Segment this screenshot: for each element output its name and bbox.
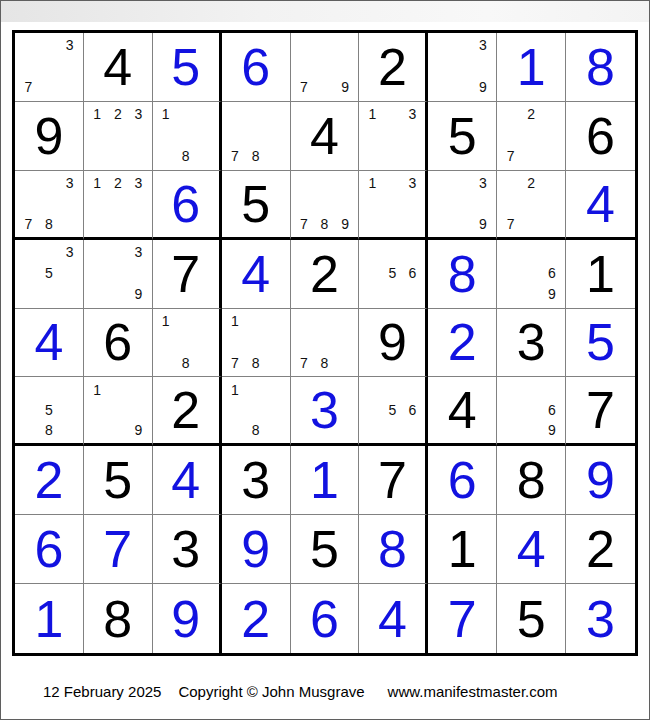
pencil-marks: 123 bbox=[84, 171, 152, 237]
cell-r9c2[interactable]: 8 bbox=[84, 584, 153, 653]
cell-r9c8[interactable]: 5 bbox=[497, 584, 566, 653]
pencil-mark: 8 bbox=[176, 146, 196, 167]
given-digit: 5 bbox=[310, 523, 339, 575]
cell-r4c4[interactable]: 4 bbox=[222, 240, 291, 309]
pencil-mark: 9 bbox=[128, 284, 149, 305]
solved-digit: 4 bbox=[241, 248, 270, 300]
cell-r1c3[interactable]: 5 bbox=[153, 33, 222, 102]
pencil-mark: 2 bbox=[521, 173, 542, 193]
pencil-mark: 1 bbox=[87, 379, 108, 399]
pencil-mark: 7 bbox=[294, 213, 315, 233]
cell-r7c9[interactable]: 9 bbox=[566, 446, 635, 515]
cell-r9c9[interactable]: 3 bbox=[566, 584, 635, 653]
solved-digit: 4 bbox=[171, 454, 200, 506]
pencil-mark: 7 bbox=[225, 146, 246, 167]
pencil-marks: 19 bbox=[84, 377, 152, 443]
pencil-mark: 8 bbox=[245, 420, 266, 440]
cell-r9c1[interactable]: 1 bbox=[15, 584, 84, 653]
pencil-marks: 178 bbox=[222, 309, 290, 377]
pencil-marks: 35 bbox=[15, 240, 83, 308]
cell-r6c7[interactable]: 4 bbox=[428, 377, 497, 446]
pencil-mark: 3 bbox=[128, 242, 149, 263]
cell-r5c2[interactable]: 6 bbox=[84, 309, 153, 378]
cell-r7c3[interactable]: 4 bbox=[153, 446, 222, 515]
cell-r3c3[interactable]: 6 bbox=[153, 171, 222, 240]
pencil-marks: 27 bbox=[497, 102, 565, 170]
pencil-mark: 7 bbox=[225, 352, 246, 373]
pencil-mark: 7 bbox=[18, 213, 39, 233]
cell-r5c9[interactable]: 5 bbox=[566, 309, 635, 378]
pencil-mark: 1 bbox=[362, 104, 382, 125]
given-digit: 4 bbox=[310, 110, 339, 162]
cell-r3c6[interactable]: 13 bbox=[359, 171, 428, 240]
cell-r7c2[interactable]: 5 bbox=[84, 446, 153, 515]
footer-date: 12 February 2025 bbox=[43, 683, 161, 700]
cell-r4c2[interactable]: 39 bbox=[84, 240, 153, 309]
pencil-mark: 6 bbox=[402, 263, 422, 284]
pencil-marks: 56 bbox=[359, 377, 425, 443]
cell-r1c8[interactable]: 1 bbox=[497, 33, 566, 102]
solved-digit: 2 bbox=[34, 454, 63, 506]
cell-r2c9[interactable]: 6 bbox=[566, 102, 635, 171]
given-digit: 9 bbox=[34, 110, 63, 162]
cell-r1c9[interactable]: 8 bbox=[566, 33, 635, 102]
given-digit: 2 bbox=[310, 248, 339, 300]
solved-digit: 4 bbox=[517, 523, 546, 575]
given-digit: 5 bbox=[517, 593, 546, 645]
pencil-mark: 1 bbox=[156, 311, 176, 332]
pencil-mark: 3 bbox=[59, 173, 80, 193]
pencil-mark: 2 bbox=[108, 173, 129, 193]
pencil-marks: 78 bbox=[291, 309, 359, 377]
cell-r8c6[interactable]: 8 bbox=[359, 515, 428, 584]
footer: 12 February 2025Copyright © John Musgrav… bbox=[43, 682, 558, 702]
pencil-mark: 3 bbox=[59, 35, 80, 56]
solved-digit: 4 bbox=[378, 593, 407, 645]
given-digit: 7 bbox=[586, 384, 615, 436]
cell-r1c7[interactable]: 39 bbox=[428, 33, 497, 102]
pencil-mark: 1 bbox=[225, 379, 246, 399]
pencil-mark: 9 bbox=[335, 213, 356, 233]
given-digit: 1 bbox=[586, 248, 615, 300]
solved-digit: 8 bbox=[586, 41, 615, 93]
pencil-marks: 39 bbox=[428, 33, 496, 101]
solved-digit: 1 bbox=[517, 41, 546, 93]
cell-r3c8[interactable]: 27 bbox=[497, 171, 566, 240]
pencil-mark: 1 bbox=[225, 311, 246, 332]
pencil-mark: 2 bbox=[521, 104, 542, 125]
solved-digit: 3 bbox=[310, 384, 339, 436]
solved-digit: 2 bbox=[241, 593, 270, 645]
given-digit: 1 bbox=[448, 523, 477, 575]
pencil-mark: 7 bbox=[500, 146, 521, 167]
pencil-mark: 8 bbox=[245, 146, 266, 167]
cell-r8c9[interactable]: 2 bbox=[566, 515, 635, 584]
given-digit: 8 bbox=[103, 593, 132, 645]
cell-r6c2[interactable]: 19 bbox=[84, 377, 153, 446]
cell-r8c3[interactable]: 3 bbox=[153, 515, 222, 584]
solved-digit: 1 bbox=[310, 454, 339, 506]
cell-r2c3[interactable]: 18 bbox=[153, 102, 222, 171]
pencil-mark: 9 bbox=[541, 284, 562, 305]
cell-r7c8[interactable]: 8 bbox=[497, 446, 566, 515]
pencil-mark: 3 bbox=[402, 104, 422, 125]
pencil-marks: 13 bbox=[359, 102, 425, 170]
solved-digit: 7 bbox=[448, 593, 477, 645]
cell-r3c9[interactable]: 4 bbox=[566, 171, 635, 240]
pencil-mark: 9 bbox=[335, 77, 356, 98]
cell-r2c7[interactable]: 5 bbox=[428, 102, 497, 171]
footer-copyright: Copyright © John Musgrave bbox=[178, 683, 364, 700]
solved-digit: 8 bbox=[448, 248, 477, 300]
header-bar bbox=[1, 1, 649, 22]
pencil-mark: 9 bbox=[473, 213, 494, 233]
pencil-mark: 3 bbox=[473, 35, 494, 56]
solved-digit: 6 bbox=[448, 454, 477, 506]
solved-digit: 6 bbox=[241, 41, 270, 93]
cell-r8c1[interactable]: 6 bbox=[15, 515, 84, 584]
pencil-marks: 39 bbox=[428, 171, 496, 237]
pencil-marks: 39 bbox=[84, 240, 152, 308]
pencil-mark: 7 bbox=[500, 213, 521, 233]
cell-r5c8[interactable]: 3 bbox=[497, 309, 566, 378]
cell-r6c1[interactable]: 58 bbox=[15, 377, 84, 446]
cell-r1c1[interactable]: 37 bbox=[15, 33, 84, 102]
solved-digit: 6 bbox=[171, 178, 200, 230]
cell-r4c9[interactable]: 1 bbox=[566, 240, 635, 309]
cell-r3c2[interactable]: 123 bbox=[84, 171, 153, 240]
pencil-mark: 3 bbox=[473, 173, 494, 193]
cell-r9c5[interactable]: 6 bbox=[291, 584, 360, 653]
given-digit: 4 bbox=[448, 384, 477, 436]
cell-r6c6[interactable]: 56 bbox=[359, 377, 428, 446]
given-digit: 4 bbox=[103, 41, 132, 93]
cell-r8c2[interactable]: 7 bbox=[84, 515, 153, 584]
pencil-mark: 3 bbox=[128, 104, 149, 125]
cell-r8c4[interactable]: 9 bbox=[222, 515, 291, 584]
pencil-mark: 5 bbox=[382, 263, 402, 284]
sudoku-page: 3745679239189123187841352763781236578913… bbox=[0, 0, 650, 720]
pencil-mark: 5 bbox=[382, 400, 402, 420]
cell-r7c5[interactable]: 1 bbox=[291, 446, 360, 515]
cell-r8c8[interactable]: 4 bbox=[497, 515, 566, 584]
cell-r9c3[interactable]: 9 bbox=[153, 584, 222, 653]
pencil-mark: 5 bbox=[39, 263, 60, 284]
cell-r7c1[interactable]: 2 bbox=[15, 446, 84, 515]
cell-r3c7[interactable]: 39 bbox=[428, 171, 497, 240]
given-digit: 3 bbox=[517, 316, 546, 368]
pencil-marks: 789 bbox=[291, 171, 359, 237]
cell-r2c2[interactable]: 123 bbox=[84, 102, 153, 171]
cell-r2c6[interactable]: 13 bbox=[359, 102, 428, 171]
cell-r6c4[interactable]: 18 bbox=[222, 377, 291, 446]
pencil-marks: 58 bbox=[15, 377, 83, 443]
cell-r4c1[interactable]: 35 bbox=[15, 240, 84, 309]
pencil-marks: 56 bbox=[359, 240, 425, 308]
given-digit: 7 bbox=[171, 248, 200, 300]
solved-digit: 6 bbox=[310, 593, 339, 645]
cell-r6c8[interactable]: 69 bbox=[497, 377, 566, 446]
solved-digit: 4 bbox=[586, 178, 615, 230]
cell-r6c9[interactable]: 7 bbox=[566, 377, 635, 446]
pencil-mark: 8 bbox=[39, 420, 60, 440]
solved-digit: 6 bbox=[34, 523, 63, 575]
pencil-marks: 18 bbox=[222, 377, 290, 443]
solved-digit: 5 bbox=[586, 316, 615, 368]
solved-digit: 5 bbox=[171, 41, 200, 93]
cell-r3c4[interactable]: 5 bbox=[222, 171, 291, 240]
cell-r3c1[interactable]: 378 bbox=[15, 171, 84, 240]
pencil-mark: 3 bbox=[402, 173, 422, 193]
pencil-mark: 8 bbox=[314, 352, 335, 373]
given-digit: 5 bbox=[448, 110, 477, 162]
pencil-marks: 69 bbox=[497, 377, 565, 443]
pencil-mark: 6 bbox=[541, 400, 562, 420]
pencil-mark: 7 bbox=[18, 77, 39, 98]
cell-r3c5[interactable]: 789 bbox=[291, 171, 360, 240]
sudoku-board: 3745679239189123187841352763781236578913… bbox=[12, 30, 638, 656]
solved-digit: 8 bbox=[378, 523, 407, 575]
pencil-mark: 6 bbox=[541, 263, 562, 284]
cell-r1c5[interactable]: 79 bbox=[291, 33, 360, 102]
given-digit: 5 bbox=[241, 178, 270, 230]
cell-r2c8[interactable]: 27 bbox=[497, 102, 566, 171]
pencil-mark: 3 bbox=[128, 173, 149, 193]
solved-digit: 7 bbox=[103, 523, 132, 575]
pencil-marks: 37 bbox=[15, 33, 83, 101]
cell-r9c6[interactable]: 4 bbox=[359, 584, 428, 653]
cell-r4c5[interactable]: 2 bbox=[291, 240, 360, 309]
pencil-mark: 1 bbox=[156, 104, 176, 125]
solved-digit: 9 bbox=[171, 593, 200, 645]
pencil-mark: 8 bbox=[314, 213, 335, 233]
cell-r6c3[interactable]: 2 bbox=[153, 377, 222, 446]
cell-r1c4[interactable]: 6 bbox=[222, 33, 291, 102]
given-digit: 2 bbox=[171, 384, 200, 436]
pencil-marks: 13 bbox=[359, 171, 425, 237]
cell-r9c4[interactable]: 2 bbox=[222, 584, 291, 653]
solved-digit: 3 bbox=[586, 593, 615, 645]
cell-r5c4[interactable]: 178 bbox=[222, 309, 291, 378]
solved-digit: 9 bbox=[241, 523, 270, 575]
pencil-mark: 9 bbox=[473, 77, 494, 98]
pencil-mark: 3 bbox=[59, 242, 80, 263]
pencil-mark: 5 bbox=[39, 400, 60, 420]
given-digit: 9 bbox=[378, 316, 407, 368]
solved-digit: 2 bbox=[448, 316, 477, 368]
pencil-mark: 7 bbox=[294, 77, 315, 98]
given-digit: 7 bbox=[378, 454, 407, 506]
cell-r4c8[interactable]: 69 bbox=[497, 240, 566, 309]
cell-r2c5[interactable]: 4 bbox=[291, 102, 360, 171]
cell-r5c7[interactable]: 2 bbox=[428, 309, 497, 378]
pencil-marks: 69 bbox=[497, 240, 565, 308]
cell-r7c4[interactable]: 3 bbox=[222, 446, 291, 515]
cell-r7c6[interactable]: 7 bbox=[359, 446, 428, 515]
pencil-marks: 18 bbox=[153, 102, 219, 170]
pencil-mark: 8 bbox=[176, 352, 196, 373]
cell-r2c1[interactable]: 9 bbox=[15, 102, 84, 171]
pencil-marks: 123 bbox=[84, 102, 152, 170]
cell-r7c7[interactable]: 6 bbox=[428, 446, 497, 515]
pencil-marks: 78 bbox=[222, 102, 290, 170]
pencil-marks: 27 bbox=[497, 171, 565, 237]
given-digit: 2 bbox=[378, 41, 407, 93]
pencil-mark: 2 bbox=[108, 104, 129, 125]
given-digit: 8 bbox=[517, 454, 546, 506]
pencil-mark: 8 bbox=[245, 352, 266, 373]
cell-r5c5[interactable]: 78 bbox=[291, 309, 360, 378]
given-digit: 2 bbox=[586, 523, 615, 575]
cell-r8c5[interactable]: 5 bbox=[291, 515, 360, 584]
solved-digit: 4 bbox=[34, 316, 63, 368]
pencil-marks: 18 bbox=[153, 309, 219, 377]
pencil-mark: 1 bbox=[87, 173, 108, 193]
given-digit: 6 bbox=[103, 316, 132, 368]
cell-r2c4[interactable]: 78 bbox=[222, 102, 291, 171]
pencil-mark: 6 bbox=[402, 400, 422, 420]
cell-r4c3[interactable]: 7 bbox=[153, 240, 222, 309]
given-digit: 3 bbox=[171, 523, 200, 575]
solved-digit: 1 bbox=[34, 593, 63, 645]
given-digit: 5 bbox=[103, 454, 132, 506]
cell-r5c6[interactable]: 9 bbox=[359, 309, 428, 378]
cell-r1c6[interactable]: 2 bbox=[359, 33, 428, 102]
given-digit: 3 bbox=[241, 454, 270, 506]
cell-r4c7[interactable]: 8 bbox=[428, 240, 497, 309]
pencil-marks: 378 bbox=[15, 171, 83, 237]
pencil-mark: 9 bbox=[128, 420, 149, 440]
pencil-mark: 1 bbox=[87, 104, 108, 125]
cell-r6c5[interactable]: 3 bbox=[291, 377, 360, 446]
cell-r5c1[interactable]: 4 bbox=[15, 309, 84, 378]
cell-r8c7[interactable]: 1 bbox=[428, 515, 497, 584]
pencil-mark: 1 bbox=[362, 173, 382, 193]
pencil-mark: 9 bbox=[541, 420, 562, 440]
cell-r1c2[interactable]: 4 bbox=[84, 33, 153, 102]
given-digit: 6 bbox=[586, 110, 615, 162]
cell-r9c7[interactable]: 7 bbox=[428, 584, 497, 653]
solved-digit: 9 bbox=[586, 454, 615, 506]
pencil-mark: 8 bbox=[39, 213, 60, 233]
pencil-marks: 79 bbox=[291, 33, 359, 101]
footer-website[interactable]: www.manifestmaster.com bbox=[388, 683, 558, 700]
cell-r5c3[interactable]: 18 bbox=[153, 309, 222, 378]
pencil-mark: 7 bbox=[294, 352, 315, 373]
cell-r4c6[interactable]: 56 bbox=[359, 240, 428, 309]
